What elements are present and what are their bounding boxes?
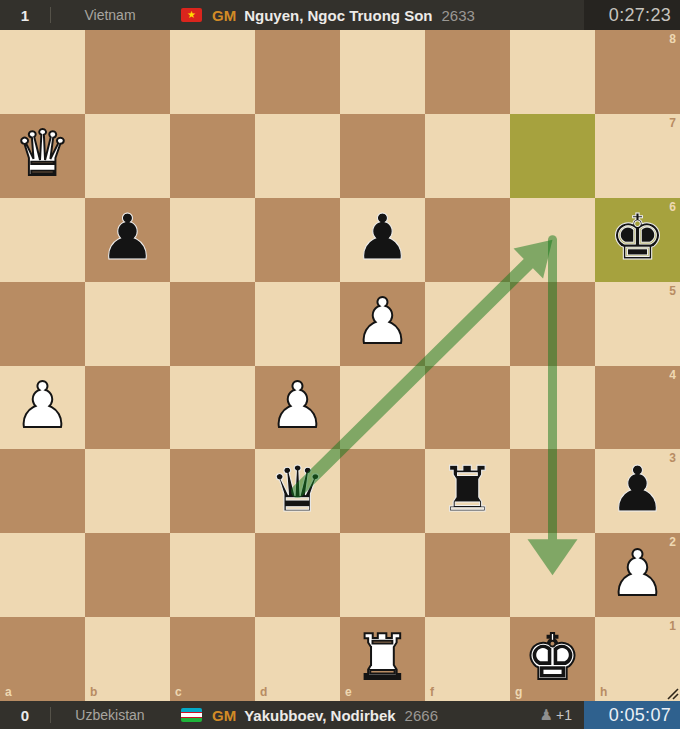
file-label-e: e	[345, 686, 352, 698]
bottom-player-name: Yakubboev, Nodirbek	[244, 707, 395, 724]
square-c7[interactable]	[170, 114, 255, 198]
square-b2[interactable]	[85, 533, 170, 617]
bottom-player-clock: 0:05:07	[584, 701, 680, 729]
file-label-h: h	[600, 686, 607, 698]
white-queen[interactable]: ♛	[14, 122, 70, 185]
square-c5[interactable]	[170, 282, 255, 366]
square-g5[interactable]	[510, 282, 595, 366]
material-advantage: ♟ +1	[540, 707, 572, 723]
file-label-g: g	[515, 686, 522, 698]
board-resize-handle[interactable]	[665, 686, 679, 700]
square-d7[interactable]	[255, 114, 340, 198]
rank-label-3: 3	[669, 452, 676, 464]
square-d3[interactable]: ♛	[255, 449, 340, 533]
file-label-d: d	[260, 686, 267, 698]
square-f5[interactable]	[425, 282, 510, 366]
rank-label-4: 4	[669, 369, 676, 381]
square-g7[interactable]	[510, 114, 595, 198]
square-f8[interactable]	[425, 30, 510, 114]
square-a2[interactable]	[0, 533, 85, 617]
top-player-name: Nguyen, Ngoc Truong Son	[244, 7, 432, 24]
board-grid: 8♛7♟♟♚6♟5♟♟4♛♜♟3♟2abcd♜ef♚g1h	[0, 30, 680, 701]
square-g3[interactable]	[510, 449, 595, 533]
square-e8[interactable]	[340, 30, 425, 114]
rank-label-7: 7	[669, 117, 676, 129]
white-rook[interactable]: ♜	[354, 626, 410, 689]
square-d6[interactable]	[255, 198, 340, 282]
square-a4[interactable]: ♟	[0, 366, 85, 450]
square-g8[interactable]	[510, 30, 595, 114]
square-e4[interactable]	[340, 366, 425, 450]
black-pawn[interactable]: ♟	[99, 206, 155, 269]
rank-label-5: 5	[669, 285, 676, 297]
top-player-score: 1	[0, 7, 50, 24]
square-a3[interactable]	[0, 449, 85, 533]
square-f3[interactable]: ♜	[425, 449, 510, 533]
square-c2[interactable]	[170, 533, 255, 617]
square-e5[interactable]: ♟	[340, 282, 425, 366]
rank-label-1: 1	[669, 620, 676, 632]
square-h7[interactable]: 7	[595, 114, 680, 198]
chess-board: 8♛7♟♟♚6♟5♟♟4♛♜♟3♟2abcd♜ef♚g1h	[0, 30, 680, 701]
square-b3[interactable]	[85, 449, 170, 533]
square-g4[interactable]	[510, 366, 595, 450]
material-advantage-value: +1	[556, 707, 572, 723]
square-b8[interactable]	[85, 30, 170, 114]
file-label-c: c	[175, 686, 182, 698]
square-e7[interactable]	[340, 114, 425, 198]
square-b6[interactable]: ♟	[85, 198, 170, 282]
bottom-player-score: 0	[0, 707, 50, 724]
square-c1[interactable]: c	[170, 617, 255, 701]
square-d4[interactable]: ♟	[255, 366, 340, 450]
square-d2[interactable]	[255, 533, 340, 617]
resize-icon	[665, 686, 679, 700]
black-king[interactable]: ♚	[609, 206, 665, 269]
white-pawn[interactable]: ♟	[354, 290, 410, 353]
square-h8[interactable]: 8	[595, 30, 680, 114]
square-b7[interactable]	[85, 114, 170, 198]
square-e2[interactable]	[340, 533, 425, 617]
square-h2[interactable]: ♟2	[595, 533, 680, 617]
square-e6[interactable]: ♟	[340, 198, 425, 282]
vietnam-flag-icon: ★	[181, 8, 202, 22]
top-player-bar: 1 Vietnam ★ GM Nguyen, Ngoc Truong Son 2…	[0, 0, 680, 30]
rank-label-8: 8	[669, 33, 676, 45]
square-b1[interactable]: b	[85, 617, 170, 701]
square-a6[interactable]	[0, 198, 85, 282]
square-h6[interactable]: ♚6	[595, 198, 680, 282]
bottom-player-bar: 0 Uzbekistan GM Yakubboev, Nodirbek 2666…	[0, 701, 680, 729]
square-h5[interactable]: 5	[595, 282, 680, 366]
rank-label-2: 2	[669, 536, 676, 548]
top-player-country: Vietnam	[51, 7, 169, 23]
file-label-a: a	[5, 686, 12, 698]
top-player-rating: 2633	[442, 7, 475, 24]
square-d1[interactable]: d	[255, 617, 340, 701]
top-player-clock: 0:27:23	[584, 0, 680, 30]
square-g2[interactable]	[510, 533, 595, 617]
square-g6[interactable]	[510, 198, 595, 282]
square-d8[interactable]	[255, 30, 340, 114]
square-a1[interactable]: a	[0, 617, 85, 701]
square-b4[interactable]	[85, 366, 170, 450]
black-rook[interactable]: ♜	[439, 458, 495, 521]
file-label-f: f	[430, 686, 434, 698]
file-label-b: b	[90, 686, 97, 698]
top-player-title: GM	[212, 7, 236, 24]
white-pawn[interactable]: ♟	[609, 542, 665, 605]
star-icon: ★	[187, 10, 196, 20]
white-king[interactable]: ♚	[524, 626, 580, 689]
black-pawn[interactable]: ♟	[609, 458, 665, 521]
square-b5[interactable]	[85, 282, 170, 366]
rank-label-6: 6	[669, 201, 676, 213]
square-a8[interactable]	[0, 30, 85, 114]
square-a7[interactable]: ♛	[0, 114, 85, 198]
uzbekistan-flag-icon	[181, 708, 202, 722]
bottom-player-country: Uzbekistan	[51, 707, 169, 723]
white-pawn[interactable]: ♟	[269, 374, 325, 437]
square-f2[interactable]	[425, 533, 510, 617]
square-f4[interactable]	[425, 366, 510, 450]
square-a5[interactable]	[0, 282, 85, 366]
square-f7[interactable]	[425, 114, 510, 198]
square-f1[interactable]: f	[425, 617, 510, 701]
black-pawn[interactable]: ♟	[354, 206, 410, 269]
square-e1[interactable]: ♜e	[340, 617, 425, 701]
square-h4[interactable]: 4	[595, 366, 680, 450]
black-queen[interactable]: ♛	[269, 458, 325, 521]
square-c8[interactable]	[170, 30, 255, 114]
square-e3[interactable]	[340, 449, 425, 533]
square-h3[interactable]: ♟3	[595, 449, 680, 533]
pawn-icon: ♟	[540, 708, 553, 723]
square-c3[interactable]	[170, 449, 255, 533]
square-c4[interactable]	[170, 366, 255, 450]
square-d5[interactable]	[255, 282, 340, 366]
square-g1[interactable]: ♚g	[510, 617, 595, 701]
bottom-player-rating: 2666	[405, 707, 438, 724]
white-pawn[interactable]: ♟	[14, 374, 70, 437]
square-c6[interactable]	[170, 198, 255, 282]
bottom-player-title: GM	[212, 707, 236, 724]
square-f6[interactable]	[425, 198, 510, 282]
